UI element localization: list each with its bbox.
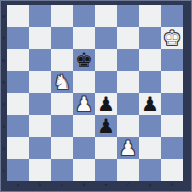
rank-label-8: 8 [0,5,7,27]
square-e2[interactable] [95,137,117,159]
file-label-h: h [161,182,183,192]
square-f5[interactable] [117,71,139,93]
square-c3[interactable] [51,115,73,137]
square-b1[interactable] [29,159,51,181]
square-b5[interactable] [29,71,51,93]
square-h7[interactable]: ♚ [161,27,183,49]
square-a6[interactable] [7,49,29,71]
square-c4[interactable] [51,93,73,115]
square-g1[interactable] [139,159,161,181]
piece-black-king-d6[interactable]: ♚ [73,49,95,71]
piece-white-knight-c5[interactable]: ♞ [51,71,73,93]
file-label-c: c [51,182,73,192]
square-a2[interactable] [7,137,29,159]
piece-black-pawn-e4[interactable]: ♟ [95,93,117,115]
rank-label-5: 5 [0,71,7,93]
square-d6[interactable]: ♚ [73,49,95,71]
square-f1[interactable] [117,159,139,181]
piece-black-pawn-e3[interactable]: ♟ [95,115,117,137]
square-e6[interactable] [95,49,117,71]
chess-board: ♚♚♞♟♟♟♟♟ [7,5,183,181]
square-a8[interactable] [7,5,29,27]
square-h6[interactable] [161,49,183,71]
rank-label-4: 4 [0,93,7,115]
square-b2[interactable] [29,137,51,159]
square-d3[interactable] [73,115,95,137]
square-f3[interactable] [117,115,139,137]
square-d2[interactable] [73,137,95,159]
chess-board-frame: ♚♚♞♟♟♟♟♟ 87654321 abcdefgh [0,0,192,192]
square-d7[interactable] [73,27,95,49]
file-label-b: b [29,182,51,192]
square-g4[interactable]: ♟ [139,93,161,115]
square-a1[interactable] [7,159,29,181]
square-g7[interactable] [139,27,161,49]
square-e7[interactable] [95,27,117,49]
square-e8[interactable] [95,5,117,27]
square-c5[interactable]: ♞ [51,71,73,93]
square-c6[interactable] [51,49,73,71]
square-e5[interactable] [95,71,117,93]
square-c7[interactable] [51,27,73,49]
rank-label-3: 3 [0,115,7,137]
square-h3[interactable] [161,115,183,137]
file-label-d: d [73,182,95,192]
square-g2[interactable] [139,137,161,159]
file-label-g: g [139,182,161,192]
square-a4[interactable] [7,93,29,115]
file-label-a: a [7,182,29,192]
square-c1[interactable] [51,159,73,181]
rank-label-6: 6 [0,49,7,71]
square-h5[interactable] [161,71,183,93]
square-f7[interactable] [117,27,139,49]
square-h1[interactable] [161,159,183,181]
rank-label-7: 7 [0,27,7,49]
piece-white-pawn-d4[interactable]: ♟ [73,93,95,115]
square-e4[interactable]: ♟ [95,93,117,115]
square-g5[interactable] [139,71,161,93]
piece-white-pawn-f2[interactable]: ♟ [117,137,139,159]
square-d5[interactable] [73,71,95,93]
square-d8[interactable] [73,5,95,27]
square-c8[interactable] [51,5,73,27]
file-label-f: f [117,182,139,192]
rank-label-2: 2 [0,137,7,159]
square-h2[interactable] [161,137,183,159]
square-f8[interactable] [117,5,139,27]
square-g3[interactable] [139,115,161,137]
square-g6[interactable] [139,49,161,71]
file-label-e: e [95,182,117,192]
square-a3[interactable] [7,115,29,137]
square-a7[interactable] [7,27,29,49]
square-f4[interactable] [117,93,139,115]
square-f2[interactable]: ♟ [117,137,139,159]
piece-black-pawn-g4[interactable]: ♟ [139,93,161,115]
square-c2[interactable] [51,137,73,159]
square-h4[interactable] [161,93,183,115]
square-b3[interactable] [29,115,51,137]
square-b7[interactable] [29,27,51,49]
rank-label-1: 1 [0,159,7,181]
square-b4[interactable] [29,93,51,115]
piece-white-king-h7[interactable]: ♚ [161,27,183,49]
square-b6[interactable] [29,49,51,71]
square-d1[interactable] [73,159,95,181]
square-a5[interactable] [7,71,29,93]
square-g8[interactable] [139,5,161,27]
square-f6[interactable] [117,49,139,71]
square-e3[interactable]: ♟ [95,115,117,137]
square-d4[interactable]: ♟ [73,93,95,115]
square-b8[interactable] [29,5,51,27]
square-h8[interactable] [161,5,183,27]
square-e1[interactable] [95,159,117,181]
